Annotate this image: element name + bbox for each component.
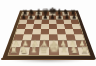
chess-set-photo: ♜♞♝♛♚♝♞♜♟♟♟♟♟♟♟♟♟♟♟♟♟♟♟♟♜♞♝♛♚♝♞♜: [0, 0, 96, 66]
square-f4: [56, 29, 65, 34]
square-a4: [15, 29, 25, 34]
square-h5: [71, 24, 80, 29]
square-d4: [40, 29, 48, 34]
black-pawn-piece: ♟: [68, 13, 79, 19]
square-h6: [70, 19, 79, 23]
board-squares: ♜♞♝♛♚♝♞♜♟♟♟♟♟♟♟♟♟♟♟♟♟♟♟♟♜♞♝♛♚♝♞♜: [7, 11, 90, 55]
square-f6: [56, 19, 64, 23]
square-d6: [41, 19, 49, 23]
square-f5: [56, 24, 64, 29]
square-b6: [26, 19, 34, 23]
white-queen-piece: ♛: [36, 42, 51, 54]
square-b5: [25, 24, 34, 29]
white-knight-piece: ♞: [16, 44, 31, 54]
square-b4: [23, 29, 32, 34]
square-g5: [64, 24, 73, 29]
square-d1: ♛: [38, 47, 48, 55]
chess-board: ♜♞♝♛♚♝♞♜♟♟♟♟♟♟♟♟♟♟♟♟♟♟♟♟♜♞♝♛♚♝♞♜: [1, 10, 95, 59]
square-h4: [72, 29, 82, 34]
square-d5: [41, 24, 49, 29]
square-c4: [32, 29, 41, 34]
square-c6: [33, 19, 41, 23]
square-b1: ♞: [18, 47, 29, 55]
square-e6: [49, 19, 57, 23]
white-rook-piece: ♜: [76, 45, 91, 54]
square-h1: ♜: [77, 47, 89, 55]
square-e4: [49, 29, 57, 34]
square-c5: [33, 24, 41, 29]
square-h7: ♟: [69, 15, 77, 19]
square-e5: [49, 24, 57, 29]
